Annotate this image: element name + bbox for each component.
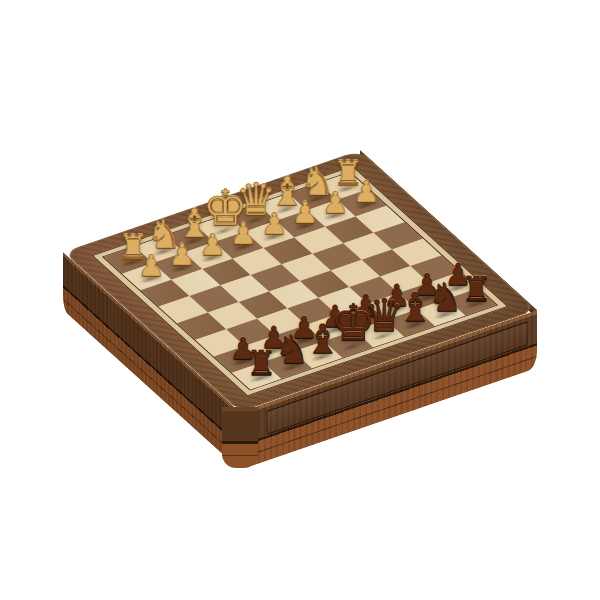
product-photo: ♜♞♝♚♛♝♞♜♟♟♟♟♟♟♟♟♟♟♟♟♟♟♟♟♜♞♝♚♛♝♞♜	[0, 0, 600, 600]
case-front-corner	[222, 407, 258, 468]
